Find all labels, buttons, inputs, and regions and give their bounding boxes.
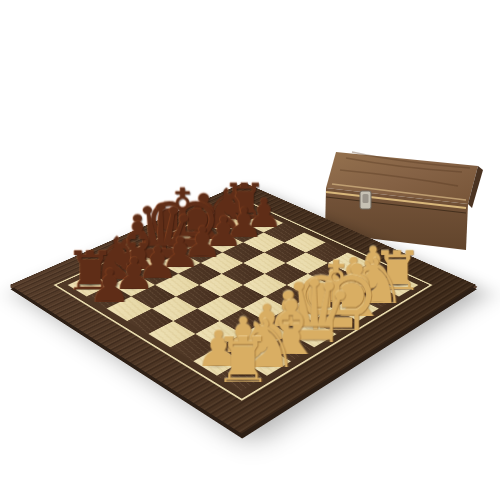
chess-board: ♜♞♝♛♚♝♞♜♟♟♟♟♟♟♟♟♟♟♟♟♟♟♟♟♜♞♝♛♚♝♞♜ xyxy=(10,183,477,434)
piece-dark-rook: ♜ xyxy=(181,177,306,228)
board-scene: ♜♞♝♛♚♝♞♜♟♟♟♟♟♟♟♟♟♟♟♟♟♟♟♟♜♞♝♛♚♝♞♜ xyxy=(0,0,500,500)
board-grid: ♜♞♝♛♚♝♞♜♟♟♟♟♟♟♟♟♟♟♟♟♟♟♟♟♜♞♝♛♚♝♞♜ xyxy=(68,205,419,391)
board-field: ♜♞♝♛♚♝♞♜♟♟♟♟♟♟♟♟♟♟♟♟♟♟♟♟♜♞♝♛♚♝♞♜ xyxy=(53,199,432,400)
product-photo: ♜♞♝♛♚♝♞♜♟♟♟♟♟♟♟♟♟♟♟♟♟♟♟♟♜♞♝♛♚♝♞♜ xyxy=(0,0,500,500)
